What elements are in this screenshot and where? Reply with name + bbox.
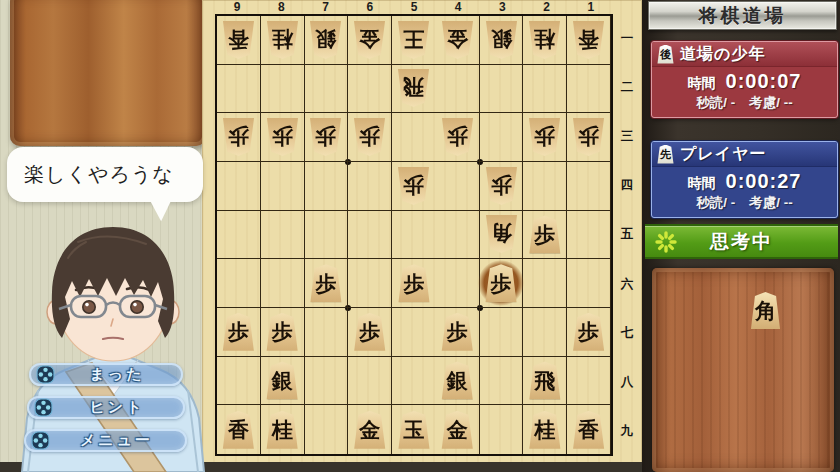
board-cell-2九[interactable]: 桂: [523, 405, 567, 454]
board-cell-8一[interactable]: 桂: [261, 16, 305, 65]
shogi-board-panel: 987654321 一二三四五六七八九 香桂銀金王金銀桂香飛歩歩歩歩歩歩歩歩歩角…: [202, 0, 642, 464]
board-cell-6六[interactable]: [348, 259, 392, 308]
hint-button[interactable]: ヒント: [27, 396, 185, 419]
board-cell-5六[interactable]: 歩: [392, 259, 436, 308]
board-cell-5七[interactable]: [392, 308, 436, 357]
board-cell-3九[interactable]: [480, 405, 524, 454]
board-cell-3二[interactable]: [480, 65, 524, 114]
file-label: 4: [436, 0, 480, 14]
gote-piece-金[interactable]: 金: [353, 21, 386, 59]
status-bar: 思考中: [645, 224, 838, 259]
board-cell-4六[interactable]: [436, 259, 480, 308]
file-label: 2: [525, 0, 569, 14]
gote-piece-角[interactable]: 角: [485, 215, 518, 253]
rank-label: 一: [614, 14, 640, 63]
menu-button-label: メニュー: [56, 431, 177, 450]
sente-piece-歩[interactable]: 歩: [266, 313, 299, 351]
sente-piece-飛[interactable]: 飛: [528, 361, 561, 399]
gote-piece-歩[interactable]: 歩: [441, 118, 474, 156]
dpad-icon: [34, 398, 53, 417]
rank-label: 五: [614, 210, 640, 259]
board-cell-4三[interactable]: 歩: [436, 113, 480, 162]
file-label: 5: [392, 0, 436, 14]
gote-piece-歩[interactable]: 歩: [353, 118, 386, 156]
board-cell-1三[interactable]: 歩: [567, 113, 611, 162]
gote-piece-飛[interactable]: 飛: [397, 69, 430, 107]
rank-label: 九: [614, 407, 640, 456]
status-text: 思考中: [645, 229, 838, 255]
board-cell-8六[interactable]: [261, 259, 305, 308]
dpad-icon: [36, 365, 55, 384]
board-cell-4七[interactable]: 歩: [436, 308, 480, 357]
dojo-title-plaque: 将棋道場: [648, 1, 837, 30]
board-cell-4二[interactable]: [436, 65, 480, 114]
sente-piece-歩[interactable]: 歩: [309, 264, 342, 302]
gote-piece-歩[interactable]: 歩: [572, 118, 605, 156]
board-cell-2二[interactable]: [523, 65, 567, 114]
board-cell-7四[interactable]: [305, 162, 349, 211]
sente-captured-pieces-tray[interactable]: 角: [652, 268, 834, 472]
sente-piece-歩[interactable]: 歩: [353, 313, 386, 351]
sente-consideration: 考慮/ --: [749, 194, 793, 212]
board-cell-7二[interactable]: [305, 65, 349, 114]
gote-piece-金[interactable]: 金: [441, 21, 474, 59]
gote-player-panel: 後 道場の少年 時間 0:00:07 秒読/ - 考慮/ --: [651, 41, 838, 118]
speech-text: 楽しくやろうな: [24, 161, 174, 188]
board-cell-4五[interactable]: [436, 211, 480, 260]
gote-piece-桂[interactable]: 桂: [528, 21, 561, 59]
board-cell-9九[interactable]: 香: [217, 405, 261, 454]
rank-label: 七: [614, 309, 640, 358]
file-label: 6: [348, 0, 392, 14]
board-cell-3八[interactable]: [480, 357, 524, 406]
board-file-labels: 987654321: [215, 0, 613, 14]
board-cell-9一[interactable]: 香: [217, 16, 261, 65]
file-label: 9: [215, 0, 259, 14]
gote-name: 道場の少年: [680, 44, 765, 65]
board-cell-9八[interactable]: [217, 357, 261, 406]
sente-piece-歩[interactable]: 歩: [572, 313, 605, 351]
game-screen: 987654321 一二三四五六七八九 香桂銀金王金銀桂香飛歩歩歩歩歩歩歩歩歩角…: [0, 0, 840, 472]
file-label: 3: [480, 0, 524, 14]
sente-time-label: 時間: [688, 175, 716, 193]
board-cell-8三[interactable]: 歩: [261, 113, 305, 162]
board-cell-2四[interactable]: [523, 162, 567, 211]
sente-player-panel: 先 プレイヤー 時間 0:00:27 秒読/ - 考慮/ --: [651, 141, 838, 218]
board-cell-8九[interactable]: 桂: [261, 405, 305, 454]
board-cell-3四[interactable]: 歩: [480, 162, 524, 211]
board-cell-6七[interactable]: 歩: [348, 308, 392, 357]
gote-piece-歩[interactable]: 歩: [397, 167, 430, 205]
sente-piece-金[interactable]: 金: [353, 411, 386, 449]
board-cell-7六[interactable]: 歩: [305, 259, 349, 308]
board-cell-9二[interactable]: [217, 65, 261, 114]
file-label: 1: [569, 0, 613, 14]
board-cell-2八[interactable]: 飛: [523, 357, 567, 406]
gote-time-label: 時間: [688, 75, 716, 93]
rank-label: 三: [614, 112, 640, 161]
board-cell-1二[interactable]: [567, 65, 611, 114]
board-cell-4八[interactable]: 銀: [436, 357, 480, 406]
board-cell-6四[interactable]: [348, 162, 392, 211]
sente-piece-金[interactable]: 金: [441, 411, 474, 449]
board-cell-6八[interactable]: [348, 357, 392, 406]
board-cell-6九[interactable]: 金: [348, 405, 392, 454]
board-cell-6二[interactable]: [348, 65, 392, 114]
board-cell-6一[interactable]: 金: [348, 16, 392, 65]
gote-byoyomi: 秒読/ -: [696, 94, 735, 112]
hint-button-label: ヒント: [59, 398, 175, 417]
sente-piece-歩[interactable]: 歩: [397, 264, 430, 302]
board-cell-3一[interactable]: 銀: [480, 16, 524, 65]
board-cell-9四[interactable]: [217, 162, 261, 211]
gote-piece-桂[interactable]: 桂: [266, 21, 299, 59]
sente-piece-玉[interactable]: 玉: [397, 411, 430, 449]
gote-piece-王[interactable]: 王: [397, 21, 430, 59]
gote-piece-香[interactable]: 香: [222, 21, 255, 59]
board-cell-3六[interactable]: 歩: [480, 259, 524, 308]
matta-button-label: まった: [61, 365, 173, 384]
board-cell-2五[interactable]: 歩: [523, 211, 567, 260]
board-rank-labels: 一二三四五六七八九: [614, 14, 640, 456]
dpad-icon: [31, 431, 50, 450]
gote-piece-歩[interactable]: 歩: [528, 118, 561, 156]
gote-piece-歩[interactable]: 歩: [485, 167, 518, 205]
gote-consideration: 考慮/ --: [749, 94, 793, 112]
board-cell-4四[interactable]: [436, 162, 480, 211]
file-label: 7: [303, 0, 347, 14]
rank-label: 六: [614, 260, 640, 309]
board-cell-5三[interactable]: [392, 113, 436, 162]
board-cell-7八[interactable]: [305, 357, 349, 406]
board-cell-1一[interactable]: 香: [567, 16, 611, 65]
gote-piece-歩[interactable]: 歩: [309, 118, 342, 156]
sente-piece-銀[interactable]: 銀: [266, 361, 299, 399]
menu-button[interactable]: メニュー: [24, 429, 187, 452]
board-cell-1七[interactable]: 歩: [567, 308, 611, 357]
board-cell-3五[interactable]: 角: [480, 211, 524, 260]
gote-time-value: 0:00:07: [726, 70, 802, 93]
board-cell-3三[interactable]: [480, 113, 524, 162]
sente-piece-歩[interactable]: 歩: [485, 264, 518, 302]
board-cell-1九[interactable]: 香: [567, 405, 611, 454]
sente-piece-銀[interactable]: 銀: [441, 361, 474, 399]
board-cell-9六[interactable]: [217, 259, 261, 308]
board-cell-7七[interactable]: [305, 308, 349, 357]
board-cell-6五[interactable]: [348, 211, 392, 260]
wooden-shelf-decoration: [10, 0, 206, 146]
board-cell-1五[interactable]: [567, 211, 611, 260]
rank-label: 二: [614, 63, 640, 112]
board-cell-7一[interactable]: 銀: [305, 16, 349, 65]
board-cell-7三[interactable]: 歩: [305, 113, 349, 162]
speech-bubble-tail: [149, 193, 180, 223]
board-cell-6三[interactable]: 歩: [348, 113, 392, 162]
board-cell-2一[interactable]: 桂: [523, 16, 567, 65]
board-cell-9三[interactable]: 歩: [217, 113, 261, 162]
gote-piece-歩[interactable]: 歩: [222, 118, 255, 156]
sente-badge: 先: [657, 145, 674, 164]
sente-byoyomi: 秒読/ -: [696, 194, 735, 212]
hand-piece-角[interactable]: 角: [750, 292, 781, 329]
sente-piece-歩[interactable]: 歩: [441, 313, 474, 351]
board-cell-8二[interactable]: [261, 65, 305, 114]
board-cell-8八[interactable]: 銀: [261, 357, 305, 406]
rank-label: 八: [614, 358, 640, 407]
board-cell-7九[interactable]: [305, 405, 349, 454]
gote-piece-歩[interactable]: 歩: [266, 118, 299, 156]
board-cell-1六[interactable]: [567, 259, 611, 308]
board-cell-9五[interactable]: [217, 211, 261, 260]
board-cell-5四[interactable]: 歩: [392, 162, 436, 211]
board-cell-4一[interactable]: 金: [436, 16, 480, 65]
board-cell-9七[interactable]: 歩: [217, 308, 261, 357]
board-cell-1八[interactable]: [567, 357, 611, 406]
board-cell-5一[interactable]: 王: [392, 16, 436, 65]
rank-label: 四: [614, 161, 640, 210]
shogi-board[interactable]: 香桂銀金王金銀桂香飛歩歩歩歩歩歩歩歩歩角歩歩歩歩歩歩歩歩歩銀銀飛香桂金玉金桂香: [215, 14, 613, 456]
board-cell-2七[interactable]: [523, 308, 567, 357]
board-cell-4九[interactable]: 金: [436, 405, 480, 454]
gote-piece-銀[interactable]: 銀: [485, 21, 518, 59]
board-cell-5九[interactable]: 玉: [392, 405, 436, 454]
gote-piece-香[interactable]: 香: [572, 21, 605, 59]
board-cell-1四[interactable]: [567, 162, 611, 211]
board-cell-5八[interactable]: [392, 357, 436, 406]
board-cell-7五[interactable]: [305, 211, 349, 260]
sente-piece-桂[interactable]: 桂: [266, 411, 299, 449]
file-label: 8: [259, 0, 303, 14]
sente-time-value: 0:00:27: [726, 170, 802, 193]
board-cell-8四[interactable]: [261, 162, 305, 211]
board-cell-5二[interactable]: 飛: [392, 65, 436, 114]
sente-piece-歩[interactable]: 歩: [222, 313, 255, 351]
board-cell-8五[interactable]: [261, 211, 305, 260]
board-cell-2三[interactable]: 歩: [523, 113, 567, 162]
sente-piece-香[interactable]: 香: [222, 411, 255, 449]
gote-badge: 後: [657, 45, 674, 64]
sente-piece-歩[interactable]: 歩: [528, 215, 561, 253]
sente-name: プレイヤー: [680, 144, 767, 165]
sente-piece-桂[interactable]: 桂: [528, 411, 561, 449]
gote-piece-銀[interactable]: 銀: [309, 21, 342, 59]
sente-piece-香[interactable]: 香: [572, 411, 605, 449]
app-title: 将棋道場: [699, 3, 787, 29]
board-cell-8七[interactable]: 歩: [261, 308, 305, 357]
board-cell-2六[interactable]: [523, 259, 567, 308]
board-cell-5五[interactable]: [392, 211, 436, 260]
matta-undo-button[interactable]: まった: [29, 363, 183, 386]
board-cell-3七[interactable]: [480, 308, 524, 357]
